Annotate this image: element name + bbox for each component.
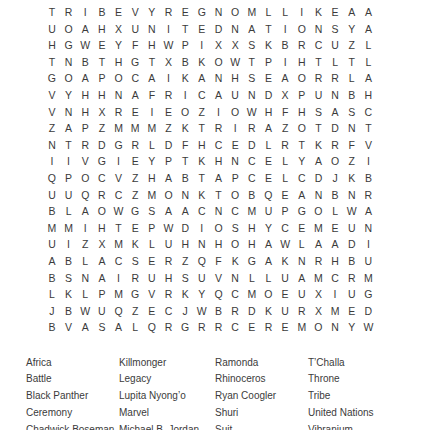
grid-cell[interactable]: N — [293, 253, 310, 270]
grid-cell[interactable]: O — [210, 220, 227, 237]
grid-cell[interactable]: L — [127, 319, 144, 336]
grid-cell[interactable]: R — [327, 70, 344, 87]
grid-cell[interactable]: I — [327, 286, 344, 303]
grid-cell[interactable]: L — [277, 170, 294, 187]
grid-cell[interactable]: B — [243, 186, 260, 203]
grid-cell[interactable]: K — [227, 253, 244, 270]
grid-cell[interactable]: H — [177, 236, 194, 253]
grid-cell[interactable]: A — [343, 4, 360, 21]
grid-cell[interactable]: U — [160, 236, 177, 253]
grid-cell[interactable]: A — [144, 70, 161, 87]
grid-cell[interactable]: L — [277, 4, 294, 21]
grid-cell[interactable]: J — [44, 303, 61, 320]
grid-cell[interactable]: C — [194, 87, 211, 104]
grid-cell[interactable]: T — [144, 53, 161, 70]
grid-cell[interactable]: C — [194, 203, 211, 220]
grid-cell[interactable]: N — [77, 269, 94, 286]
grid-cell[interactable]: W — [194, 303, 211, 320]
grid-cell[interactable]: O — [60, 70, 77, 87]
grid-cell[interactable]: U — [277, 303, 294, 320]
grid-cell[interactable]: I — [277, 20, 294, 37]
grid-cell[interactable]: L — [277, 153, 294, 170]
grid-cell[interactable]: F — [177, 136, 194, 153]
grid-cell[interactable]: Y — [144, 4, 161, 21]
grid-cell[interactable]: T — [260, 20, 277, 37]
grid-cell[interactable]: N — [144, 20, 161, 37]
grid-cell[interactable]: C — [227, 319, 244, 336]
grid-cell[interactable]: G — [293, 203, 310, 220]
grid-cell[interactable]: H — [293, 53, 310, 70]
grid-cell[interactable]: J — [177, 303, 194, 320]
grid-cell[interactable]: B — [327, 186, 344, 203]
grid-cell[interactable]: Y — [60, 87, 77, 104]
grid-cell[interactable]: T — [194, 170, 211, 187]
grid-cell[interactable]: U — [194, 269, 211, 286]
grid-cell[interactable]: H — [144, 37, 161, 54]
grid-cell[interactable]: R — [293, 37, 310, 54]
grid-cell[interactable]: A — [44, 253, 61, 270]
grid-cell[interactable]: C — [127, 70, 144, 87]
grid-cell[interactable]: I — [60, 153, 77, 170]
grid-cell[interactable]: G — [44, 70, 61, 87]
grid-cell[interactable]: B — [60, 303, 77, 320]
grid-cell[interactable]: T — [310, 53, 327, 70]
grid-cell[interactable]: C — [110, 253, 127, 270]
grid-cell[interactable]: W — [160, 37, 177, 54]
grid-cell[interactable]: A — [94, 269, 111, 286]
grid-cell[interactable]: K — [177, 286, 194, 303]
grid-cell[interactable]: Z — [277, 120, 294, 137]
grid-cell[interactable]: S — [127, 253, 144, 270]
grid-cell[interactable]: A — [277, 70, 294, 87]
grid-cell[interactable]: S — [177, 269, 194, 286]
grid-cell[interactable]: B — [177, 53, 194, 70]
grid-cell[interactable]: H — [293, 103, 310, 120]
grid-cell[interactable]: C — [277, 220, 294, 237]
grid-cell[interactable]: B — [210, 303, 227, 320]
grid-cell[interactable]: B — [44, 269, 61, 286]
grid-cell[interactable]: X — [210, 37, 227, 54]
grid-cell[interactable]: N — [44, 136, 61, 153]
grid-cell[interactable]: Q — [260, 186, 277, 203]
grid-cell[interactable]: M — [293, 319, 310, 336]
grid-cell[interactable]: D — [243, 136, 260, 153]
grid-cell[interactable]: S — [243, 70, 260, 87]
grid-cell[interactable]: A — [77, 203, 94, 220]
grid-cell[interactable]: U — [293, 286, 310, 303]
grid-cell[interactable]: O — [293, 70, 310, 87]
grid-cell[interactable]: H — [210, 153, 227, 170]
grid-cell[interactable]: L — [260, 4, 277, 21]
grid-cell[interactable]: K — [177, 70, 194, 87]
grid-cell[interactable]: K — [177, 120, 194, 137]
grid-cell[interactable]: P — [227, 170, 244, 187]
grid-cell[interactable]: W — [77, 303, 94, 320]
grid-cell[interactable]: I — [44, 153, 61, 170]
grid-cell[interactable]: B — [360, 170, 377, 187]
grid-cell[interactable]: A — [260, 253, 277, 270]
grid-cell[interactable]: L — [144, 236, 161, 253]
grid-cell[interactable]: H — [243, 220, 260, 237]
grid-cell[interactable]: O — [227, 103, 244, 120]
grid-cell[interactable]: M — [110, 120, 127, 137]
grid-cell[interactable]: O — [227, 236, 244, 253]
grid-cell[interactable]: D — [260, 87, 277, 104]
grid-cell[interactable]: F — [277, 103, 294, 120]
grid-cell[interactable]: C — [110, 186, 127, 203]
grid-cell[interactable]: A — [60, 120, 77, 137]
grid-cell[interactable]: X — [227, 37, 244, 54]
grid-cell[interactable]: R — [127, 136, 144, 153]
grid-cell[interactable]: E — [127, 103, 144, 120]
grid-cell[interactable]: A — [260, 236, 277, 253]
grid-cell[interactable]: T — [194, 120, 211, 137]
grid-cell[interactable]: M — [144, 186, 161, 203]
grid-cell[interactable]: L — [144, 136, 161, 153]
grid-cell[interactable]: M — [44, 220, 61, 237]
grid-cell[interactable]: A — [160, 170, 177, 187]
grid-cell[interactable]: R — [210, 319, 227, 336]
grid-cell[interactable]: R — [60, 4, 77, 21]
grid-cell[interactable]: Q — [194, 253, 211, 270]
grid-cell[interactable]: Z — [194, 103, 211, 120]
grid-cell[interactable]: N — [177, 186, 194, 203]
grid-cell[interactable]: G — [127, 203, 144, 220]
grid-cell[interactable]: K — [194, 153, 211, 170]
grid-cell[interactable]: N — [210, 70, 227, 87]
grid-cell[interactable]: G — [127, 53, 144, 70]
grid-cell[interactable]: V — [77, 153, 94, 170]
grid-cell[interactable]: H — [94, 220, 111, 237]
grid-cell[interactable]: W — [160, 220, 177, 237]
grid-cell[interactable]: K — [343, 170, 360, 187]
grid-cell[interactable]: L — [260, 269, 277, 286]
grid-cell[interactable]: A — [260, 120, 277, 137]
grid-cell[interactable]: N — [210, 4, 227, 21]
grid-cell[interactable]: E — [327, 220, 344, 237]
grid-cell[interactable]: G — [177, 319, 194, 336]
grid-cell[interactable]: Y — [144, 153, 161, 170]
grid-cell[interactable]: A — [110, 319, 127, 336]
grid-cell[interactable]: R — [160, 253, 177, 270]
grid-cell[interactable]: W — [110, 203, 127, 220]
grid-cell[interactable]: E — [260, 153, 277, 170]
grid-cell[interactable]: N — [227, 269, 244, 286]
grid-cell[interactable]: D — [343, 236, 360, 253]
grid-cell[interactable]: A — [210, 87, 227, 104]
grid-cell[interactable]: W — [343, 203, 360, 220]
grid-cell[interactable]: G — [360, 286, 377, 303]
grid-cell[interactable]: S — [94, 319, 111, 336]
grid-cell[interactable]: N — [327, 319, 344, 336]
grid-cell[interactable]: R — [94, 186, 111, 203]
grid-cell[interactable]: H — [260, 103, 277, 120]
grid-cell[interactable]: Y — [343, 319, 360, 336]
grid-cell[interactable]: Y — [110, 37, 127, 54]
grid-cell[interactable]: T — [360, 120, 377, 137]
grid-cell[interactable]: A — [77, 319, 94, 336]
grid-cell[interactable]: T — [60, 136, 77, 153]
grid-cell[interactable]: I — [293, 4, 310, 21]
grid-cell[interactable]: C — [293, 170, 310, 187]
grid-cell[interactable]: W — [243, 103, 260, 120]
grid-cell[interactable]: G — [94, 153, 111, 170]
grid-cell[interactable]: V — [127, 4, 144, 21]
grid-cell[interactable]: H — [327, 253, 344, 270]
grid-cell[interactable]: R — [327, 136, 344, 153]
grid-cell[interactable]: I — [110, 269, 127, 286]
grid-cell[interactable]: H — [110, 53, 127, 70]
grid-cell[interactable]: X — [110, 20, 127, 37]
grid-cell[interactable]: F — [127, 37, 144, 54]
grid-cell[interactable]: M — [310, 269, 327, 286]
grid-cell[interactable]: O — [227, 4, 244, 21]
grid-cell[interactable]: G — [243, 253, 260, 270]
grid-cell[interactable]: P — [160, 153, 177, 170]
grid-cell[interactable]: R — [227, 303, 244, 320]
grid-cell[interactable]: P — [293, 87, 310, 104]
grid-cell[interactable]: Z — [44, 120, 61, 137]
grid-cell[interactable]: I — [77, 220, 94, 237]
grid-cell[interactable]: E — [160, 103, 177, 120]
grid-cell[interactable]: K — [260, 303, 277, 320]
grid-cell[interactable]: X — [160, 53, 177, 70]
grid-cell[interactable]: U — [60, 186, 77, 203]
grid-cell[interactable]: M — [60, 220, 77, 237]
grid-cell[interactable]: L — [360, 37, 377, 54]
grid-cell[interactable]: L — [77, 286, 94, 303]
grid-cell[interactable]: X — [310, 286, 327, 303]
grid-cell[interactable]: R — [277, 136, 294, 153]
grid-cell[interactable]: S — [327, 20, 344, 37]
grid-cell[interactable]: U — [343, 220, 360, 237]
grid-cell[interactable]: N — [60, 53, 77, 70]
grid-cell[interactable]: K — [60, 286, 77, 303]
grid-cell[interactable]: C — [327, 269, 344, 286]
grid-cell[interactable]: Q — [77, 186, 94, 203]
grid-cell[interactable]: U — [260, 203, 277, 220]
grid-cell[interactable]: E — [260, 170, 277, 187]
grid-cell[interactable]: Z — [127, 303, 144, 320]
grid-cell[interactable]: A — [360, 20, 377, 37]
grid-cell[interactable]: P — [177, 37, 194, 54]
grid-cell[interactable]: N — [227, 20, 244, 37]
grid-cell[interactable]: A — [327, 103, 344, 120]
grid-cell[interactable]: A — [127, 87, 144, 104]
grid-cell[interactable]: L — [60, 203, 77, 220]
grid-cell[interactable]: R — [343, 269, 360, 286]
grid-cell[interactable]: C — [227, 203, 244, 220]
grid-cell[interactable]: U — [44, 186, 61, 203]
grid-cell[interactable]: U — [127, 20, 144, 37]
grid-cell[interactable]: D — [360, 303, 377, 320]
grid-cell[interactable]: Z — [127, 186, 144, 203]
grid-cell[interactable]: H — [94, 20, 111, 37]
grid-cell[interactable]: B — [277, 37, 294, 54]
grid-cell[interactable]: M — [110, 236, 127, 253]
grid-cell[interactable]: P — [60, 170, 77, 187]
grid-cell[interactable]: M — [310, 220, 327, 237]
grid-cell[interactable]: T — [343, 53, 360, 70]
grid-cell[interactable]: C — [243, 153, 260, 170]
grid-cell[interactable]: E — [343, 303, 360, 320]
grid-cell[interactable]: O — [327, 153, 344, 170]
grid-cell[interactable]: A — [243, 20, 260, 37]
grid-cell[interactable]: O — [110, 70, 127, 87]
grid-cell[interactable]: C — [310, 37, 327, 54]
grid-cell[interactable]: U — [94, 303, 111, 320]
grid-cell[interactable]: N — [343, 186, 360, 203]
grid-cell[interactable]: V — [60, 319, 77, 336]
grid-cell[interactable]: A — [293, 269, 310, 286]
grid-cell[interactable]: A — [310, 153, 327, 170]
grid-cell[interactable]: B — [44, 319, 61, 336]
grid-cell[interactable]: R — [210, 120, 227, 137]
grid-cell[interactable]: T — [210, 186, 227, 203]
grid-cell[interactable]: O — [293, 120, 310, 137]
grid-cell[interactable]: N — [110, 87, 127, 104]
grid-cell[interactable]: H — [77, 103, 94, 120]
grid-cell[interactable]: T — [310, 120, 327, 137]
grid-cell[interactable]: E — [194, 20, 211, 37]
grid-cell[interactable]: E — [260, 70, 277, 87]
grid-cell[interactable]: F — [210, 253, 227, 270]
grid-cell[interactable]: N — [243, 87, 260, 104]
grid-cell[interactable]: P — [94, 70, 111, 87]
grid-cell[interactable]: U — [144, 269, 161, 286]
grid-cell[interactable]: Q — [110, 303, 127, 320]
grid-cell[interactable]: P — [77, 120, 94, 137]
grid-cell[interactable]: E — [177, 4, 194, 21]
grid-cell[interactable]: D — [94, 136, 111, 153]
grid-cell[interactable]: B — [77, 53, 94, 70]
grid-cell[interactable]: R — [260, 319, 277, 336]
grid-cell[interactable]: C — [210, 136, 227, 153]
grid-cell[interactable]: M — [243, 4, 260, 21]
grid-cell[interactable]: E — [243, 319, 260, 336]
grid-cell[interactable]: Z — [160, 120, 177, 137]
grid-cell[interactable]: Z — [177, 253, 194, 270]
grid-cell[interactable]: I — [144, 103, 161, 120]
grid-cell[interactable]: W — [360, 319, 377, 336]
grid-cell[interactable]: R — [310, 70, 327, 87]
grid-cell[interactable]: I — [194, 37, 211, 54]
grid-cell[interactable]: I — [160, 20, 177, 37]
grid-cell[interactable]: C — [94, 170, 111, 187]
grid-cell[interactable]: A — [210, 170, 227, 187]
grid-cell[interactable]: C — [243, 170, 260, 187]
grid-cell[interactable]: I — [360, 236, 377, 253]
grid-cell[interactable]: A — [293, 186, 310, 203]
grid-cell[interactable]: H — [144, 170, 161, 187]
grid-cell[interactable]: L — [327, 203, 344, 220]
grid-cell[interactable]: E — [293, 220, 310, 237]
grid-cell[interactable]: R — [360, 186, 377, 203]
grid-cell[interactable]: H — [44, 37, 61, 54]
grid-cell[interactable]: E — [277, 186, 294, 203]
grid-cell[interactable]: M — [243, 286, 260, 303]
grid-cell[interactable]: A — [360, 203, 377, 220]
grid-cell[interactable]: Q — [210, 286, 227, 303]
grid-cell[interactable]: E — [227, 136, 244, 153]
grid-cell[interactable]: W — [277, 236, 294, 253]
grid-cell[interactable]: I — [160, 70, 177, 87]
grid-cell[interactable]: A — [310, 236, 327, 253]
grid-cell[interactable]: K — [194, 186, 211, 203]
grid-cell[interactable]: O — [310, 203, 327, 220]
grid-cell[interactable]: D — [177, 220, 194, 237]
grid-cell[interactable]: E — [277, 319, 294, 336]
grid-cell[interactable]: A — [327, 236, 344, 253]
grid-cell[interactable]: T — [177, 153, 194, 170]
grid-cell[interactable]: U — [310, 87, 327, 104]
grid-cell[interactable]: M — [127, 120, 144, 137]
grid-cell[interactable]: I — [110, 153, 127, 170]
grid-cell[interactable]: R — [110, 103, 127, 120]
grid-cell[interactable]: M — [243, 203, 260, 220]
grid-cell[interactable]: B — [177, 170, 194, 187]
grid-cell[interactable]: Z — [77, 236, 94, 253]
grid-cell[interactable]: A — [177, 203, 194, 220]
grid-cell[interactable]: C — [160, 303, 177, 320]
grid-cell[interactable]: N — [327, 87, 344, 104]
grid-cell[interactable]: O — [310, 319, 327, 336]
grid-cell[interactable]: O — [77, 170, 94, 187]
grid-cell[interactable]: B — [343, 253, 360, 270]
grid-cell[interactable]: Z — [94, 120, 111, 137]
grid-cell[interactable]: R — [160, 286, 177, 303]
grid-cell[interactable]: Y — [343, 20, 360, 37]
grid-cell[interactable]: V — [210, 269, 227, 286]
grid-cell[interactable]: U — [360, 253, 377, 270]
grid-cell[interactable]: T — [243, 53, 260, 70]
grid-cell[interactable]: I — [77, 4, 94, 21]
grid-cell[interactable]: V — [360, 136, 377, 153]
grid-cell[interactable]: E — [144, 253, 161, 270]
grid-cell[interactable]: O — [260, 286, 277, 303]
grid-cell[interactable]: V — [44, 103, 61, 120]
grid-cell[interactable]: A — [160, 203, 177, 220]
grid-cell[interactable]: L — [327, 53, 344, 70]
grid-cell[interactable]: O — [177, 103, 194, 120]
grid-cell[interactable]: Z — [343, 153, 360, 170]
grid-cell[interactable]: M — [110, 286, 127, 303]
grid-cell[interactable]: N — [194, 236, 211, 253]
grid-cell[interactable]: M — [360, 269, 377, 286]
grid-cell[interactable]: X — [310, 303, 327, 320]
grid-cell[interactable]: A — [77, 70, 94, 87]
grid-cell[interactable]: A — [77, 20, 94, 37]
grid-cell[interactable]: U — [227, 87, 244, 104]
grid-cell[interactable]: Q — [144, 319, 161, 336]
grid-cell[interactable]: L — [343, 70, 360, 87]
grid-cell[interactable]: R — [194, 319, 211, 336]
grid-cell[interactable]: S — [310, 103, 327, 120]
grid-cell[interactable]: H — [360, 87, 377, 104]
grid-cell[interactable]: T — [94, 53, 111, 70]
grid-cell[interactable]: L — [77, 253, 94, 270]
grid-cell[interactable]: D — [243, 303, 260, 320]
grid-cell[interactable]: E — [327, 4, 344, 21]
grid-cell[interactable]: W — [77, 37, 94, 54]
grid-cell[interactable]: U — [327, 37, 344, 54]
grid-cell[interactable]: B — [60, 253, 77, 270]
grid-cell[interactable]: A — [194, 70, 211, 87]
grid-cell[interactable]: L — [44, 286, 61, 303]
grid-cell[interactable]: M — [144, 120, 161, 137]
grid-cell[interactable]: P — [260, 53, 277, 70]
grid-cell[interactable]: U — [44, 20, 61, 37]
